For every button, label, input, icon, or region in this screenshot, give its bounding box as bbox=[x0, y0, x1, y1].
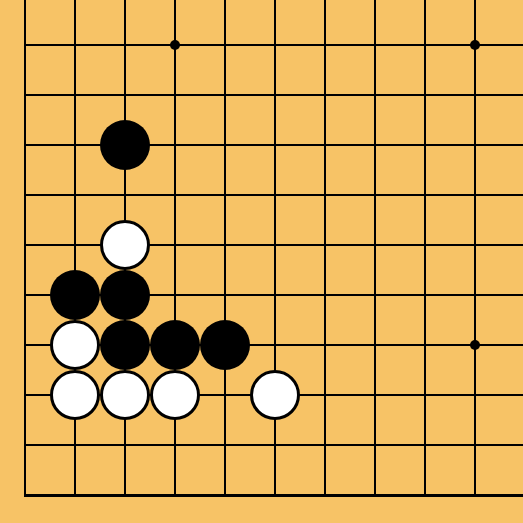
go-board-lattice bbox=[0, 20, 500, 520]
white-stone-F3[interactable] bbox=[250, 370, 300, 420]
star-point-D10 bbox=[170, 40, 180, 50]
white-stone-D3[interactable] bbox=[150, 370, 200, 420]
black-stone-C5[interactable] bbox=[100, 270, 150, 320]
go-board[interactable] bbox=[0, 0, 523, 523]
white-stone-B3[interactable] bbox=[50, 370, 100, 420]
white-stone-C3[interactable] bbox=[100, 370, 150, 420]
star-point-K10 bbox=[470, 40, 480, 50]
white-stone-B4[interactable] bbox=[50, 320, 100, 370]
black-stone-E4[interactable] bbox=[200, 320, 250, 370]
black-stone-C4[interactable] bbox=[100, 320, 150, 370]
black-stone-B5[interactable] bbox=[50, 270, 100, 320]
black-stone-D4[interactable] bbox=[150, 320, 200, 370]
white-stone-C6[interactable] bbox=[100, 220, 150, 270]
black-stone-C8[interactable] bbox=[100, 120, 150, 170]
star-point-K4 bbox=[470, 340, 480, 350]
